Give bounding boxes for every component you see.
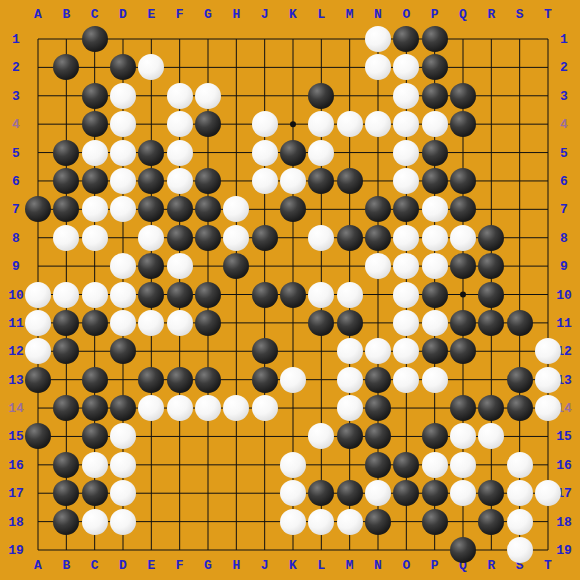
intersection-S3[interactable] — [507, 83, 533, 109]
intersection-S13[interactable] — [507, 367, 533, 393]
intersection-R19[interactable] — [478, 537, 504, 563]
intersection-R3[interactable] — [478, 83, 504, 109]
intersection-D17[interactable] — [110, 480, 136, 506]
intersection-L1[interactable] — [308, 26, 334, 52]
intersection-T10[interactable] — [535, 282, 561, 308]
intersection-A7[interactable] — [25, 196, 51, 222]
intersection-B17[interactable] — [53, 480, 79, 506]
intersection-E14[interactable] — [138, 395, 164, 421]
intersection-F7[interactable] — [167, 196, 193, 222]
intersection-P8[interactable] — [422, 225, 448, 251]
intersection-K4[interactable] — [280, 111, 306, 137]
intersection-M16[interactable] — [337, 452, 363, 478]
intersection-N16[interactable] — [365, 452, 391, 478]
intersection-T16[interactable] — [535, 452, 561, 478]
intersection-H15[interactable] — [223, 423, 249, 449]
intersection-Q10[interactable] — [450, 282, 476, 308]
intersection-J16[interactable] — [252, 452, 278, 478]
intersection-G11[interactable] — [195, 310, 221, 336]
intersection-D15[interactable] — [110, 423, 136, 449]
intersection-F1[interactable] — [167, 26, 193, 52]
intersection-T6[interactable] — [535, 168, 561, 194]
intersection-J10[interactable] — [252, 282, 278, 308]
intersection-L9[interactable] — [308, 253, 334, 279]
intersection-E8[interactable] — [138, 225, 164, 251]
intersection-E16[interactable] — [138, 452, 164, 478]
intersection-D14[interactable] — [110, 395, 136, 421]
intersection-A10[interactable] — [25, 282, 51, 308]
intersection-H11[interactable] — [223, 310, 249, 336]
intersection-R14[interactable] — [478, 395, 504, 421]
intersection-E10[interactable] — [138, 282, 164, 308]
intersection-P16[interactable] — [422, 452, 448, 478]
intersection-A17[interactable] — [25, 480, 51, 506]
intersection-P14[interactable] — [422, 395, 448, 421]
intersection-J4[interactable] — [252, 111, 278, 137]
intersection-B16[interactable] — [53, 452, 79, 478]
intersection-G1[interactable] — [195, 26, 221, 52]
intersection-S9[interactable] — [507, 253, 533, 279]
intersection-N9[interactable] — [365, 253, 391, 279]
intersection-P5[interactable] — [422, 140, 448, 166]
intersection-F6[interactable] — [167, 168, 193, 194]
intersection-D2[interactable] — [110, 54, 136, 80]
intersection-T14[interactable] — [535, 395, 561, 421]
intersection-P10[interactable] — [422, 282, 448, 308]
intersection-M3[interactable] — [337, 83, 363, 109]
intersection-O19[interactable] — [393, 537, 419, 563]
intersection-H14[interactable] — [223, 395, 249, 421]
intersection-F14[interactable] — [167, 395, 193, 421]
intersection-H8[interactable] — [223, 225, 249, 251]
intersection-A9[interactable] — [25, 253, 51, 279]
intersection-M13[interactable] — [337, 367, 363, 393]
intersection-D3[interactable] — [110, 83, 136, 109]
intersection-L19[interactable] — [308, 537, 334, 563]
intersection-P17[interactable] — [422, 480, 448, 506]
intersection-R12[interactable] — [478, 338, 504, 364]
intersection-R18[interactable] — [478, 509, 504, 535]
intersection-B8[interactable] — [53, 225, 79, 251]
intersection-C11[interactable] — [82, 310, 108, 336]
intersection-T5[interactable] — [535, 140, 561, 166]
intersection-L15[interactable] — [308, 423, 334, 449]
intersection-J9[interactable] — [252, 253, 278, 279]
intersection-J6[interactable] — [252, 168, 278, 194]
intersection-A14[interactable] — [25, 395, 51, 421]
intersection-G14[interactable] — [195, 395, 221, 421]
intersection-A3[interactable] — [25, 83, 51, 109]
intersection-N17[interactable] — [365, 480, 391, 506]
intersection-E11[interactable] — [138, 310, 164, 336]
intersection-T1[interactable] — [535, 26, 561, 52]
intersection-L18[interactable] — [308, 509, 334, 535]
intersection-G5[interactable] — [195, 140, 221, 166]
intersection-N15[interactable] — [365, 423, 391, 449]
intersection-J15[interactable] — [252, 423, 278, 449]
intersection-O17[interactable] — [393, 480, 419, 506]
intersection-J2[interactable] — [252, 54, 278, 80]
intersection-Q4[interactable] — [450, 111, 476, 137]
intersection-N12[interactable] — [365, 338, 391, 364]
intersection-O12[interactable] — [393, 338, 419, 364]
intersection-F15[interactable] — [167, 423, 193, 449]
intersection-M5[interactable] — [337, 140, 363, 166]
intersection-K1[interactable] — [280, 26, 306, 52]
intersection-N4[interactable] — [365, 111, 391, 137]
intersection-N5[interactable] — [365, 140, 391, 166]
intersection-H7[interactable] — [223, 196, 249, 222]
intersection-R13[interactable] — [478, 367, 504, 393]
intersection-O2[interactable] — [393, 54, 419, 80]
intersection-O15[interactable] — [393, 423, 419, 449]
intersection-C3[interactable] — [82, 83, 108, 109]
intersection-S8[interactable] — [507, 225, 533, 251]
intersection-T11[interactable] — [535, 310, 561, 336]
intersection-C14[interactable] — [82, 395, 108, 421]
intersection-R6[interactable] — [478, 168, 504, 194]
intersection-Q6[interactable] — [450, 168, 476, 194]
intersection-A1[interactable] — [25, 26, 51, 52]
intersection-R10[interactable] — [478, 282, 504, 308]
intersection-P4[interactable] — [422, 111, 448, 137]
intersection-M2[interactable] — [337, 54, 363, 80]
intersection-J12[interactable] — [252, 338, 278, 364]
intersection-K9[interactable] — [280, 253, 306, 279]
intersection-G12[interactable] — [195, 338, 221, 364]
intersection-Q15[interactable] — [450, 423, 476, 449]
intersection-C2[interactable] — [82, 54, 108, 80]
intersection-L2[interactable] — [308, 54, 334, 80]
intersection-K5[interactable] — [280, 140, 306, 166]
intersection-A12[interactable] — [25, 338, 51, 364]
intersection-O7[interactable] — [393, 196, 419, 222]
intersection-D10[interactable] — [110, 282, 136, 308]
intersection-A19[interactable] — [25, 537, 51, 563]
intersection-C18[interactable] — [82, 509, 108, 535]
intersection-J3[interactable] — [252, 83, 278, 109]
intersection-K18[interactable] — [280, 509, 306, 535]
intersection-Q17[interactable] — [450, 480, 476, 506]
intersection-Q2[interactable] — [450, 54, 476, 80]
intersection-T13[interactable] — [535, 367, 561, 393]
intersection-H18[interactable] — [223, 509, 249, 535]
intersection-E7[interactable] — [138, 196, 164, 222]
intersection-N13[interactable] — [365, 367, 391, 393]
intersection-M17[interactable] — [337, 480, 363, 506]
intersection-N2[interactable] — [365, 54, 391, 80]
intersection-K7[interactable] — [280, 196, 306, 222]
intersection-C5[interactable] — [82, 140, 108, 166]
intersection-P3[interactable] — [422, 83, 448, 109]
intersection-E17[interactable] — [138, 480, 164, 506]
intersection-C16[interactable] — [82, 452, 108, 478]
intersection-A8[interactable] — [25, 225, 51, 251]
intersection-J8[interactable] — [252, 225, 278, 251]
intersection-O10[interactable] — [393, 282, 419, 308]
intersection-R2[interactable] — [478, 54, 504, 80]
intersection-H10[interactable] — [223, 282, 249, 308]
intersection-Q3[interactable] — [450, 83, 476, 109]
intersection-B14[interactable] — [53, 395, 79, 421]
intersection-S16[interactable] — [507, 452, 533, 478]
intersection-C1[interactable] — [82, 26, 108, 52]
intersection-F19[interactable] — [167, 537, 193, 563]
intersection-O3[interactable] — [393, 83, 419, 109]
intersection-N18[interactable] — [365, 509, 391, 535]
intersection-B3[interactable] — [53, 83, 79, 109]
intersection-L14[interactable] — [308, 395, 334, 421]
intersection-Q7[interactable] — [450, 196, 476, 222]
intersection-C15[interactable] — [82, 423, 108, 449]
intersection-F10[interactable] — [167, 282, 193, 308]
intersection-L17[interactable] — [308, 480, 334, 506]
intersection-D8[interactable] — [110, 225, 136, 251]
intersection-G13[interactable] — [195, 367, 221, 393]
intersection-F13[interactable] — [167, 367, 193, 393]
intersection-J5[interactable] — [252, 140, 278, 166]
intersection-M15[interactable] — [337, 423, 363, 449]
intersection-B4[interactable] — [53, 111, 79, 137]
intersection-E19[interactable] — [138, 537, 164, 563]
intersection-H12[interactable] — [223, 338, 249, 364]
intersection-S11[interactable] — [507, 310, 533, 336]
intersection-Q18[interactable] — [450, 509, 476, 535]
intersection-B12[interactable] — [53, 338, 79, 364]
intersection-G7[interactable] — [195, 196, 221, 222]
intersection-B11[interactable] — [53, 310, 79, 336]
intersection-H17[interactable] — [223, 480, 249, 506]
intersection-C19[interactable] — [82, 537, 108, 563]
intersection-E1[interactable] — [138, 26, 164, 52]
intersection-L5[interactable] — [308, 140, 334, 166]
intersection-T15[interactable] — [535, 423, 561, 449]
intersection-J14[interactable] — [252, 395, 278, 421]
intersection-F11[interactable] — [167, 310, 193, 336]
intersection-O8[interactable] — [393, 225, 419, 251]
intersection-Q16[interactable] — [450, 452, 476, 478]
intersection-S7[interactable] — [507, 196, 533, 222]
intersection-N8[interactable] — [365, 225, 391, 251]
intersection-G18[interactable] — [195, 509, 221, 535]
intersection-T2[interactable] — [535, 54, 561, 80]
intersection-S5[interactable] — [507, 140, 533, 166]
intersection-C7[interactable] — [82, 196, 108, 222]
intersection-C8[interactable] — [82, 225, 108, 251]
intersection-Q9[interactable] — [450, 253, 476, 279]
intersection-K12[interactable] — [280, 338, 306, 364]
intersection-T18[interactable] — [535, 509, 561, 535]
intersection-K15[interactable] — [280, 423, 306, 449]
intersection-B6[interactable] — [53, 168, 79, 194]
intersection-L8[interactable] — [308, 225, 334, 251]
intersection-K2[interactable] — [280, 54, 306, 80]
intersection-G9[interactable] — [195, 253, 221, 279]
intersection-D12[interactable] — [110, 338, 136, 364]
intersection-L7[interactable] — [308, 196, 334, 222]
intersection-N10[interactable] — [365, 282, 391, 308]
intersection-S14[interactable] — [507, 395, 533, 421]
intersection-D4[interactable] — [110, 111, 136, 137]
intersection-O4[interactable] — [393, 111, 419, 137]
intersection-F18[interactable] — [167, 509, 193, 535]
intersection-G3[interactable] — [195, 83, 221, 109]
intersection-B2[interactable] — [53, 54, 79, 80]
intersection-M12[interactable] — [337, 338, 363, 364]
intersection-L10[interactable] — [308, 282, 334, 308]
intersection-H19[interactable] — [223, 537, 249, 563]
intersection-N11[interactable] — [365, 310, 391, 336]
intersection-F9[interactable] — [167, 253, 193, 279]
intersection-M6[interactable] — [337, 168, 363, 194]
intersection-M4[interactable] — [337, 111, 363, 137]
intersection-B1[interactable] — [53, 26, 79, 52]
intersection-M11[interactable] — [337, 310, 363, 336]
intersection-E2[interactable] — [138, 54, 164, 80]
intersection-S19[interactable] — [507, 537, 533, 563]
intersection-M1[interactable] — [337, 26, 363, 52]
intersection-D1[interactable] — [110, 26, 136, 52]
intersection-P2[interactable] — [422, 54, 448, 80]
intersection-P1[interactable] — [422, 26, 448, 52]
intersection-G16[interactable] — [195, 452, 221, 478]
intersection-Q13[interactable] — [450, 367, 476, 393]
intersection-J1[interactable] — [252, 26, 278, 52]
intersection-J18[interactable] — [252, 509, 278, 535]
intersection-Q14[interactable] — [450, 395, 476, 421]
intersection-G17[interactable] — [195, 480, 221, 506]
intersection-G15[interactable] — [195, 423, 221, 449]
intersection-H1[interactable] — [223, 26, 249, 52]
intersection-Q5[interactable] — [450, 140, 476, 166]
intersection-R15[interactable] — [478, 423, 504, 449]
intersection-M8[interactable] — [337, 225, 363, 251]
intersection-C10[interactable] — [82, 282, 108, 308]
intersection-Q8[interactable] — [450, 225, 476, 251]
intersection-D7[interactable] — [110, 196, 136, 222]
intersection-Q11[interactable] — [450, 310, 476, 336]
intersection-N1[interactable] — [365, 26, 391, 52]
intersection-T4[interactable] — [535, 111, 561, 137]
intersection-L12[interactable] — [308, 338, 334, 364]
intersection-F3[interactable] — [167, 83, 193, 109]
intersection-A18[interactable] — [25, 509, 51, 535]
intersection-T7[interactable] — [535, 196, 561, 222]
intersection-N3[interactable] — [365, 83, 391, 109]
intersection-S15[interactable] — [507, 423, 533, 449]
intersection-E18[interactable] — [138, 509, 164, 535]
intersection-J11[interactable] — [252, 310, 278, 336]
intersection-C4[interactable] — [82, 111, 108, 137]
intersection-E5[interactable] — [138, 140, 164, 166]
intersection-R11[interactable] — [478, 310, 504, 336]
intersection-F4[interactable] — [167, 111, 193, 137]
intersection-B9[interactable] — [53, 253, 79, 279]
intersection-P9[interactable] — [422, 253, 448, 279]
intersection-B15[interactable] — [53, 423, 79, 449]
intersection-M10[interactable] — [337, 282, 363, 308]
intersection-H13[interactable] — [223, 367, 249, 393]
intersection-M14[interactable] — [337, 395, 363, 421]
intersection-H9[interactable] — [223, 253, 249, 279]
intersection-P18[interactable] — [422, 509, 448, 535]
intersection-M9[interactable] — [337, 253, 363, 279]
intersection-S17[interactable] — [507, 480, 533, 506]
intersection-P12[interactable] — [422, 338, 448, 364]
intersection-S10[interactable] — [507, 282, 533, 308]
intersection-H5[interactable] — [223, 140, 249, 166]
intersection-T9[interactable] — [535, 253, 561, 279]
intersection-M7[interactable] — [337, 196, 363, 222]
intersection-O16[interactable] — [393, 452, 419, 478]
intersection-A6[interactable] — [25, 168, 51, 194]
intersection-O14[interactable] — [393, 395, 419, 421]
intersection-K11[interactable] — [280, 310, 306, 336]
intersection-P11[interactable] — [422, 310, 448, 336]
intersection-K6[interactable] — [280, 168, 306, 194]
intersection-A2[interactable] — [25, 54, 51, 80]
intersection-A11[interactable] — [25, 310, 51, 336]
intersection-L11[interactable] — [308, 310, 334, 336]
intersection-E12[interactable] — [138, 338, 164, 364]
intersection-B10[interactable] — [53, 282, 79, 308]
intersection-K19[interactable] — [280, 537, 306, 563]
intersection-B13[interactable] — [53, 367, 79, 393]
intersection-L13[interactable] — [308, 367, 334, 393]
intersection-A13[interactable] — [25, 367, 51, 393]
intersection-J13[interactable] — [252, 367, 278, 393]
intersection-K3[interactable] — [280, 83, 306, 109]
intersection-N14[interactable] — [365, 395, 391, 421]
intersection-G10[interactable] — [195, 282, 221, 308]
intersection-G19[interactable] — [195, 537, 221, 563]
intersection-P15[interactable] — [422, 423, 448, 449]
intersection-K17[interactable] — [280, 480, 306, 506]
intersection-D19[interactable] — [110, 537, 136, 563]
intersection-E13[interactable] — [138, 367, 164, 393]
intersection-T12[interactable] — [535, 338, 561, 364]
intersection-L6[interactable] — [308, 168, 334, 194]
intersection-S6[interactable] — [507, 168, 533, 194]
intersection-G6[interactable] — [195, 168, 221, 194]
intersection-F12[interactable] — [167, 338, 193, 364]
intersection-T19[interactable] — [535, 537, 561, 563]
intersection-D11[interactable] — [110, 310, 136, 336]
intersection-K10[interactable] — [280, 282, 306, 308]
intersection-R1[interactable] — [478, 26, 504, 52]
intersection-O11[interactable] — [393, 310, 419, 336]
intersection-S4[interactable] — [507, 111, 533, 137]
intersection-A5[interactable] — [25, 140, 51, 166]
intersection-E6[interactable] — [138, 168, 164, 194]
intersection-H16[interactable] — [223, 452, 249, 478]
intersection-C9[interactable] — [82, 253, 108, 279]
intersection-K16[interactable] — [280, 452, 306, 478]
intersection-N19[interactable] — [365, 537, 391, 563]
intersection-O18[interactable] — [393, 509, 419, 535]
intersection-K8[interactable] — [280, 225, 306, 251]
intersection-S12[interactable] — [507, 338, 533, 364]
intersection-R4[interactable] — [478, 111, 504, 137]
intersection-L16[interactable] — [308, 452, 334, 478]
intersection-H3[interactable] — [223, 83, 249, 109]
intersection-A16[interactable] — [25, 452, 51, 478]
intersection-D5[interactable] — [110, 140, 136, 166]
intersection-Q19[interactable] — [450, 537, 476, 563]
intersection-S18[interactable] — [507, 509, 533, 535]
intersection-F17[interactable] — [167, 480, 193, 506]
intersection-N7[interactable] — [365, 196, 391, 222]
